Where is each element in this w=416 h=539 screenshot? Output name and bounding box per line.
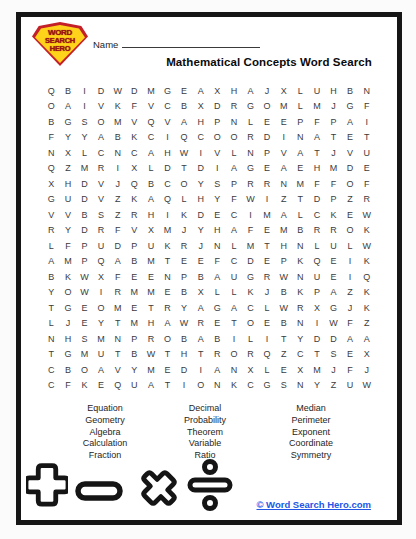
word-list-item: Coordinate bbox=[251, 438, 371, 450]
grid-cell: R bbox=[242, 176, 259, 192]
grid-cell: Y bbox=[192, 223, 209, 239]
grid-cell: E bbox=[325, 269, 342, 285]
grid-cell: M bbox=[143, 254, 160, 270]
grid-cell: V bbox=[43, 207, 60, 223]
grid-cell: E bbox=[259, 254, 276, 270]
grid-cell: I bbox=[192, 362, 209, 378]
grid-cell: T bbox=[226, 316, 243, 332]
grid-cell: M bbox=[309, 362, 326, 378]
grid-cell: C bbox=[126, 145, 143, 161]
grid-cell: Y bbox=[292, 331, 309, 347]
grid-cell: P bbox=[226, 176, 243, 192]
grid-cell: G bbox=[242, 161, 259, 177]
grid-cell: R bbox=[209, 347, 226, 363]
grid-cell: Y bbox=[309, 378, 326, 394]
grid-cell: U bbox=[325, 238, 342, 254]
grid-cell: Y bbox=[93, 316, 110, 332]
word-list-item: Median bbox=[251, 403, 371, 415]
grid-cell: U bbox=[226, 269, 243, 285]
grid-cell: T bbox=[159, 254, 176, 270]
grid-cell: O bbox=[342, 223, 359, 239]
grid-cell: K bbox=[226, 378, 243, 394]
grid-cell: B bbox=[126, 347, 143, 363]
grid-cell: Z bbox=[109, 192, 126, 208]
grid-cell: A bbox=[292, 145, 309, 161]
math-symbols-row bbox=[26, 457, 234, 511]
grid-cell: C bbox=[43, 378, 60, 394]
grid-cell: K bbox=[358, 300, 375, 316]
grid-cell: M bbox=[143, 83, 160, 99]
grid-cell: U bbox=[342, 378, 359, 394]
grid-cell: M bbox=[292, 176, 309, 192]
grid-cell: D bbox=[93, 83, 110, 99]
grid-cell: F bbox=[226, 192, 243, 208]
grid-cell: L bbox=[292, 207, 309, 223]
grid-cell: M bbox=[275, 223, 292, 239]
grid-cell: J bbox=[176, 223, 193, 239]
grid-cell: S bbox=[325, 347, 342, 363]
grid-cell: B bbox=[176, 99, 193, 115]
grid-cell: Y bbox=[209, 192, 226, 208]
grid-cell: A bbox=[226, 300, 243, 316]
grid-cell: A bbox=[192, 83, 209, 99]
grid-cell: A bbox=[60, 99, 77, 115]
grid-cell: N bbox=[242, 145, 259, 161]
grid-cell: N bbox=[275, 176, 292, 192]
grid-cell: F bbox=[309, 114, 326, 130]
grid-cell: M bbox=[275, 99, 292, 115]
grid-cell: O bbox=[209, 130, 226, 146]
grid-cell: E bbox=[209, 207, 226, 223]
grid-cell: K bbox=[242, 285, 259, 301]
grid-cell: K bbox=[358, 254, 375, 270]
grid-cell: N bbox=[159, 269, 176, 285]
grid-cell: X bbox=[309, 300, 326, 316]
grid-cell: E bbox=[259, 114, 276, 130]
grid-cell: O bbox=[93, 300, 110, 316]
grid-cell: L bbox=[259, 362, 276, 378]
grid-cell: O bbox=[242, 316, 259, 332]
grid-cell: J bbox=[325, 362, 342, 378]
name-label: Name bbox=[93, 39, 118, 50]
grid-cell: D bbox=[242, 254, 259, 270]
grid-cell: V bbox=[93, 176, 110, 192]
grid-cell: O bbox=[226, 347, 243, 363]
grid-cell: B bbox=[143, 176, 160, 192]
grid-cell: Q bbox=[358, 269, 375, 285]
grid-cell: G bbox=[43, 192, 60, 208]
grid-cell: F bbox=[358, 176, 375, 192]
grid-cell: O bbox=[259, 99, 276, 115]
grid-cell: D bbox=[342, 161, 359, 177]
logo-text-hero: HERO bbox=[50, 45, 70, 52]
grid-cell: L bbox=[242, 331, 259, 347]
grid-cell: J bbox=[325, 99, 342, 115]
grid-cell: A bbox=[275, 161, 292, 177]
grid-cell: I bbox=[76, 83, 93, 99]
grid-cell: W bbox=[109, 83, 126, 99]
grid-cell: R bbox=[93, 223, 110, 239]
grid-cell: N bbox=[226, 362, 243, 378]
grid-cell: A bbox=[226, 223, 243, 239]
grid-cell: Q bbox=[143, 114, 160, 130]
grid-cell: E bbox=[259, 223, 276, 239]
grid-cell: T bbox=[109, 347, 126, 363]
grid-cell: N bbox=[292, 269, 309, 285]
grid-cell: C bbox=[242, 378, 259, 394]
grid-cell: L bbox=[242, 114, 259, 130]
grid-cell: H bbox=[192, 114, 209, 130]
grid-cell: X bbox=[143, 223, 160, 239]
grid-cell: T bbox=[292, 192, 309, 208]
grid-cell: E bbox=[275, 114, 292, 130]
grid-cell: J bbox=[192, 238, 209, 254]
grid-cell: F bbox=[342, 362, 359, 378]
grid-cell: P bbox=[309, 285, 326, 301]
grid-cell: Q bbox=[109, 378, 126, 394]
grid-cell: G bbox=[60, 114, 77, 130]
grid-cell: M bbox=[143, 285, 160, 301]
grid-cell: C bbox=[43, 362, 60, 378]
grid-cell: V bbox=[109, 362, 126, 378]
grid-cell: U bbox=[126, 378, 143, 394]
grid-cell: A bbox=[143, 192, 160, 208]
grid-cell: B bbox=[275, 285, 292, 301]
grid-cell: H bbox=[143, 207, 160, 223]
grid-cell: W bbox=[275, 300, 292, 316]
grid-cell: B bbox=[176, 285, 193, 301]
grid-cell: F bbox=[309, 176, 326, 192]
grid-cell: E bbox=[259, 161, 276, 177]
grid-cell: U bbox=[93, 347, 110, 363]
grid-cell: W bbox=[358, 378, 375, 394]
grid-cell: A bbox=[275, 207, 292, 223]
grid-cell: D bbox=[126, 83, 143, 99]
puzzle-title: Mathematical Concepts Word Search bbox=[161, 56, 377, 68]
word-search-hero-link[interactable]: © Word Search Hero.com bbox=[256, 499, 371, 510]
grid-cell: I bbox=[192, 145, 209, 161]
grid-cell: C bbox=[159, 176, 176, 192]
grid-cell: W bbox=[325, 316, 342, 332]
grid-cell: G bbox=[159, 83, 176, 99]
grid-cell: X bbox=[43, 176, 60, 192]
grid-cell: I bbox=[159, 207, 176, 223]
grid-cell: D bbox=[259, 130, 276, 146]
grid-cell: A bbox=[192, 331, 209, 347]
grid-cell: Z bbox=[358, 316, 375, 332]
multiply-icon bbox=[138, 467, 180, 509]
grid-cell: X bbox=[358, 347, 375, 363]
grid-cell: T bbox=[309, 347, 326, 363]
grid-cell: X bbox=[126, 161, 143, 177]
grid-cell: G bbox=[209, 300, 226, 316]
grid-cell: F bbox=[109, 269, 126, 285]
letter-grid: QBIDWDMGEAXHAJXLUHBNOAIVKFVCBXDRGOMLMJGF… bbox=[43, 83, 375, 393]
grid-cell: R bbox=[93, 161, 110, 177]
grid-cell: Y bbox=[43, 285, 60, 301]
grid-cell: N bbox=[109, 331, 126, 347]
grid-cell: J bbox=[109, 176, 126, 192]
grid-cell: F bbox=[358, 99, 375, 115]
grid-cell: R bbox=[176, 238, 193, 254]
grid-cell: M bbox=[325, 161, 342, 177]
grid-cell: H bbox=[60, 331, 77, 347]
grid-cell: F bbox=[325, 176, 342, 192]
grid-cell: B bbox=[342, 83, 359, 99]
grid-cell: R bbox=[259, 269, 276, 285]
grid-cell: D bbox=[309, 331, 326, 347]
grid-cell: U bbox=[60, 192, 77, 208]
grid-cell: A bbox=[358, 331, 375, 347]
grid-cell: D bbox=[76, 192, 93, 208]
grid-cell: L bbox=[292, 83, 309, 99]
grid-cell: A bbox=[93, 130, 110, 146]
grid-cell: K bbox=[292, 254, 309, 270]
grid-cell: E bbox=[76, 300, 93, 316]
grid-cell: G bbox=[342, 99, 359, 115]
grid-cell: K bbox=[109, 99, 126, 115]
grid-cell: Q bbox=[176, 130, 193, 146]
grid-cell: F bbox=[60, 378, 77, 394]
grid-cell: K bbox=[60, 269, 77, 285]
grid-cell: K bbox=[126, 192, 143, 208]
grid-cell: A bbox=[143, 145, 160, 161]
grid-cell: C bbox=[159, 99, 176, 115]
grid-cell: V bbox=[93, 99, 110, 115]
grid-cell: R bbox=[192, 316, 209, 332]
grid-cell: E bbox=[342, 207, 359, 223]
grid-cell: T bbox=[109, 316, 126, 332]
grid-cell: I bbox=[226, 331, 243, 347]
grid-cell: T bbox=[43, 347, 60, 363]
grid-cell: T bbox=[309, 145, 326, 161]
grid-cell: E bbox=[159, 362, 176, 378]
grid-cell: R bbox=[292, 300, 309, 316]
grid-cell: Z bbox=[275, 347, 292, 363]
grid-cell: K bbox=[325, 207, 342, 223]
grid-cell: X bbox=[242, 362, 259, 378]
grid-cell: M bbox=[309, 99, 326, 115]
grid-cell: I bbox=[93, 285, 110, 301]
grid-cell: E bbox=[126, 269, 143, 285]
grid-cell: P bbox=[325, 192, 342, 208]
grid-cell: O bbox=[43, 99, 60, 115]
grid-cell: R bbox=[259, 176, 276, 192]
grid-cell: D bbox=[209, 99, 226, 115]
grid-cell: A bbox=[143, 378, 160, 394]
grid-cell: Z bbox=[325, 378, 342, 394]
grid-cell: P bbox=[292, 114, 309, 130]
grid-cell: C bbox=[192, 130, 209, 146]
grid-cell: B bbox=[43, 269, 60, 285]
grid-cell: W bbox=[242, 192, 259, 208]
grid-cell: I bbox=[342, 254, 359, 270]
grid-cell: E bbox=[358, 161, 375, 177]
grid-cell: R bbox=[43, 223, 60, 239]
grid-cell: A bbox=[226, 161, 243, 177]
grid-cell: W bbox=[176, 316, 193, 332]
grid-cell: I bbox=[76, 99, 93, 115]
name-row: Name bbox=[93, 37, 260, 50]
grid-cell: T bbox=[275, 331, 292, 347]
grid-cell: I bbox=[275, 130, 292, 146]
grid-cell: T bbox=[159, 378, 176, 394]
grid-cell: O bbox=[176, 176, 193, 192]
grid-cell: L bbox=[143, 161, 160, 177]
grid-cell: T bbox=[358, 130, 375, 146]
grid-cell: M bbox=[126, 285, 143, 301]
grid-cell: X bbox=[209, 83, 226, 99]
grid-cell: J bbox=[259, 83, 276, 99]
grid-cell: W bbox=[275, 269, 292, 285]
grid-cell: K bbox=[176, 207, 193, 223]
grid-cell: I bbox=[259, 331, 276, 347]
grid-cell: D bbox=[76, 223, 93, 239]
grid-cell: C bbox=[242, 300, 259, 316]
grid-cell: V bbox=[93, 192, 110, 208]
grid-cell: I bbox=[259, 192, 276, 208]
divide-icon bbox=[186, 459, 234, 511]
grid-cell: N bbox=[43, 331, 60, 347]
grid-cell: P bbox=[76, 254, 93, 270]
grid-cell: L bbox=[43, 238, 60, 254]
grid-cell: K bbox=[76, 378, 93, 394]
grid-cell: E bbox=[209, 316, 226, 332]
grid-cell: A bbox=[242, 83, 259, 99]
grid-cell: F bbox=[126, 99, 143, 115]
grid-cell: F bbox=[43, 130, 60, 146]
grid-cell: B bbox=[109, 130, 126, 146]
grid-cell: C bbox=[309, 207, 326, 223]
worksheet-frame: WORD SEARCH HERO Name Mathematical Conce… bbox=[16, 12, 402, 525]
word-list-item: Theorem bbox=[145, 427, 265, 439]
grid-cell: Q bbox=[43, 83, 60, 99]
grid-cell: N bbox=[109, 145, 126, 161]
grid-cell: M bbox=[93, 331, 110, 347]
grid-cell: J bbox=[325, 145, 342, 161]
grid-cell: B bbox=[126, 254, 143, 270]
grid-cell: M bbox=[159, 223, 176, 239]
grid-cell: X bbox=[292, 362, 309, 378]
grid-cell: A bbox=[209, 269, 226, 285]
grid-cell: B bbox=[76, 207, 93, 223]
logo-shield-inner: WORD SEARCH HERO bbox=[35, 25, 85, 63]
grid-cell: D bbox=[192, 161, 209, 177]
grid-cell: H bbox=[325, 83, 342, 99]
grid-cell: V bbox=[342, 145, 359, 161]
name-blank-line[interactable] bbox=[122, 37, 260, 48]
grid-cell: A bbox=[109, 254, 126, 270]
grid-cell: P bbox=[126, 331, 143, 347]
grid-cell: W bbox=[76, 269, 93, 285]
grid-cell: I bbox=[176, 378, 193, 394]
grid-cell: M bbox=[242, 238, 259, 254]
grid-cell: S bbox=[76, 114, 93, 130]
grid-cell: K bbox=[126, 130, 143, 146]
grid-cell: G bbox=[60, 300, 77, 316]
grid-cell: N bbox=[292, 238, 309, 254]
grid-cell: I bbox=[209, 161, 226, 177]
grid-cell: I bbox=[159, 130, 176, 146]
grid-cell: N bbox=[292, 316, 309, 332]
grid-cell: Y bbox=[192, 176, 209, 192]
grid-cell: I bbox=[109, 161, 126, 177]
grid-cell: J bbox=[259, 285, 276, 301]
grid-cell: D bbox=[76, 176, 93, 192]
grid-cell: B bbox=[209, 331, 226, 347]
grid-cell: O bbox=[76, 362, 93, 378]
grid-cell: N bbox=[292, 130, 309, 146]
grid-cell: M bbox=[143, 362, 160, 378]
grid-cell: R bbox=[242, 347, 259, 363]
grid-cell: Y bbox=[126, 362, 143, 378]
grid-cell: M bbox=[259, 207, 276, 223]
grid-cell: V bbox=[60, 207, 77, 223]
grid-cell: G bbox=[242, 269, 259, 285]
grid-cell: C bbox=[143, 130, 160, 146]
grid-cell: B bbox=[60, 83, 77, 99]
grid-cell: P bbox=[275, 254, 292, 270]
grid-cell: O bbox=[159, 331, 176, 347]
grid-cell: I bbox=[309, 316, 326, 332]
grid-cell: O bbox=[226, 130, 243, 146]
grid-cell: X bbox=[275, 83, 292, 99]
word-list-item: Exponent bbox=[251, 427, 371, 439]
grid-cell: E bbox=[176, 254, 193, 270]
grid-cell: A bbox=[192, 300, 209, 316]
grid-cell: X bbox=[192, 99, 209, 115]
grid-cell: Y bbox=[60, 130, 77, 146]
grid-cell: Q bbox=[43, 161, 60, 177]
grid-cell: H bbox=[176, 347, 193, 363]
grid-cell: P bbox=[259, 145, 276, 161]
grid-cell: B bbox=[192, 269, 209, 285]
grid-cell: T bbox=[259, 238, 276, 254]
grid-cell: F bbox=[60, 238, 77, 254]
grid-cell: R bbox=[358, 192, 375, 208]
grid-cell: E bbox=[76, 316, 93, 332]
grid-cell: L bbox=[342, 238, 359, 254]
grid-cell: G bbox=[242, 99, 259, 115]
grid-cell: D bbox=[192, 207, 209, 223]
grid-cell: D bbox=[109, 238, 126, 254]
grid-cell: P bbox=[325, 114, 342, 130]
word-list-column-2: DecimalProbabilityTheoremVariableRatio bbox=[145, 403, 265, 462]
grid-cell: L bbox=[292, 99, 309, 115]
grid-cell: N bbox=[358, 83, 375, 99]
grid-cell: Y bbox=[176, 300, 193, 316]
grid-cell: X bbox=[93, 269, 110, 285]
grid-cell: S bbox=[275, 378, 292, 394]
grid-cell: L bbox=[209, 285, 226, 301]
grid-cell: R bbox=[242, 130, 259, 146]
grid-cell: D bbox=[325, 331, 342, 347]
grid-cell: M bbox=[60, 254, 77, 270]
plus-icon bbox=[26, 461, 68, 507]
grid-cell: A bbox=[159, 316, 176, 332]
grid-cell: M bbox=[126, 316, 143, 332]
grid-cell: B bbox=[176, 331, 193, 347]
grid-cell: T bbox=[192, 347, 209, 363]
grid-cell: C bbox=[226, 254, 243, 270]
grid-cell: Z bbox=[60, 161, 77, 177]
grid-cell: L bbox=[43, 316, 60, 332]
grid-cell: Q bbox=[309, 254, 326, 270]
word-search-hero-logo: WORD SEARCH HERO bbox=[32, 22, 88, 66]
grid-cell: W bbox=[176, 145, 193, 161]
grid-cell: X bbox=[60, 145, 77, 161]
grid-cell: H bbox=[159, 145, 176, 161]
